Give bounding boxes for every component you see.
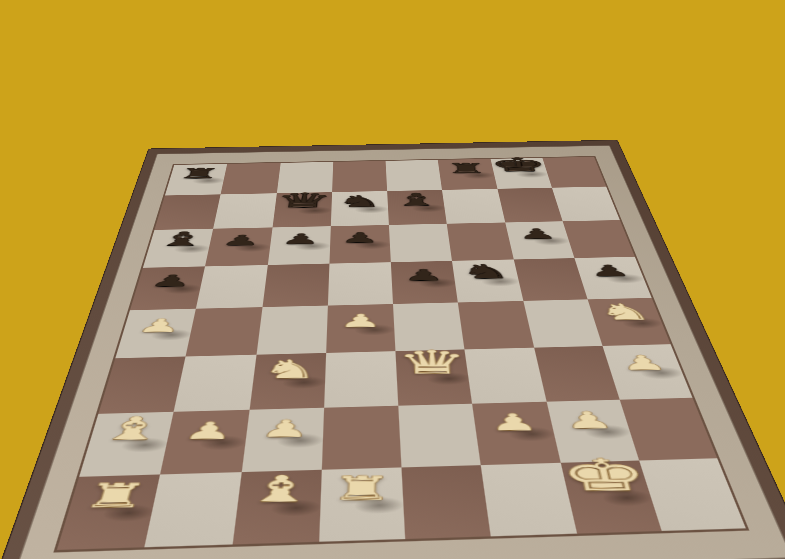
square-b2[interactable] xyxy=(160,409,249,474)
square-e2[interactable] xyxy=(398,403,481,467)
piece-shadow xyxy=(575,421,641,442)
square-h3[interactable] xyxy=(602,344,692,399)
piece-shadow xyxy=(346,493,413,517)
square-b1[interactable] xyxy=(144,471,241,546)
knight-glyph: ♞ xyxy=(200,356,378,382)
pawn-glyph: ♟ xyxy=(419,410,608,433)
king-glyph: ♚ xyxy=(502,453,710,497)
square-e3[interactable] xyxy=(395,349,472,405)
piece-shadow xyxy=(348,321,402,337)
square-a2[interactable] xyxy=(79,411,174,476)
rook-glyph: ♜ xyxy=(400,161,532,175)
square-e1[interactable] xyxy=(401,464,491,538)
square-a3[interactable] xyxy=(98,356,185,413)
square-b4[interactable] xyxy=(185,307,261,357)
square-d2[interactable] xyxy=(321,405,401,469)
knight-glyph: ♞ xyxy=(541,300,710,322)
square-c1[interactable] xyxy=(231,469,321,544)
square-f1[interactable] xyxy=(480,462,575,536)
bishop-glyph: ♝ xyxy=(104,229,256,248)
queen-glyph: ♛ xyxy=(344,346,520,378)
piece-shadow xyxy=(591,486,663,510)
piece-shadow xyxy=(418,369,477,387)
square-h2[interactable] xyxy=(619,397,717,460)
square-c3[interactable] xyxy=(249,353,326,409)
square-d3[interactable] xyxy=(323,351,397,407)
piece-shadow xyxy=(110,434,177,455)
square-b3[interactable] xyxy=(173,354,255,410)
piece-shadow xyxy=(141,326,199,342)
square-f2[interactable] xyxy=(472,401,560,465)
square-f3[interactable] xyxy=(464,347,545,402)
square-a1[interactable] xyxy=(56,474,160,550)
app-background: ♜♜♚♛♞♝♝♟♟♟♟♟♟♞♟♟♟♞♞♛♟♝♟♟♟♟♜♝♜♚ xyxy=(0,0,785,559)
piece-shadow xyxy=(90,501,163,526)
rook-glyph: ♜ xyxy=(130,166,266,180)
chess-board[interactable]: ♜♜♚♛♞♝♝♟♟♟♟♟♟♞♟♟♟♞♞♛♟♝♟♟♟♟♜♝♜♚ xyxy=(0,139,785,559)
pawn-glyph: ♟ xyxy=(464,226,612,240)
square-g1[interactable] xyxy=(559,460,660,533)
piece-shadow xyxy=(613,315,671,331)
square-c2[interactable] xyxy=(241,407,324,472)
pawn-glyph: ♟ xyxy=(494,408,685,431)
pawn-glyph: ♟ xyxy=(345,267,500,283)
square-g2[interactable] xyxy=(545,399,638,462)
pawn-glyph: ♟ xyxy=(188,416,378,439)
board-margin: ♜♜♚♛♞♝♝♟♟♟♟♟♟♞♟♟♟♞♞♛♟♝♟♟♟♟♜♝♜♚ xyxy=(10,145,785,559)
square-g3[interactable] xyxy=(533,346,619,401)
pawn-glyph: ♟ xyxy=(89,272,249,288)
bishop-glyph: ♝ xyxy=(175,471,380,507)
piece-layer: ♜♜♚♛♞♝♝♟♟♟♟♟♟♞♟♟♟♞♞♛♟♝♟♟♟♟♜♝♜♚ xyxy=(56,156,745,549)
rook-glyph: ♜ xyxy=(6,479,218,512)
bishop-glyph: ♝ xyxy=(32,413,229,445)
piece-shadow xyxy=(499,423,564,444)
square-d1[interactable] xyxy=(318,467,404,542)
rook-glyph: ♜ xyxy=(259,472,463,505)
piece-shadow xyxy=(189,432,254,453)
pawn-glyph: ♟ xyxy=(554,352,733,372)
pawn-glyph: ♟ xyxy=(110,419,303,443)
square-h1[interactable] xyxy=(638,457,745,530)
pawn-glyph: ♟ xyxy=(73,316,243,334)
piece-shadow xyxy=(261,496,329,520)
square-f4[interactable] xyxy=(458,300,534,349)
pawn-glyph: ♟ xyxy=(277,311,443,329)
piece-shadow xyxy=(274,373,333,391)
piece-shadow xyxy=(630,364,693,382)
piece-shadow xyxy=(268,430,331,451)
queen-glyph: ♛ xyxy=(232,190,372,210)
